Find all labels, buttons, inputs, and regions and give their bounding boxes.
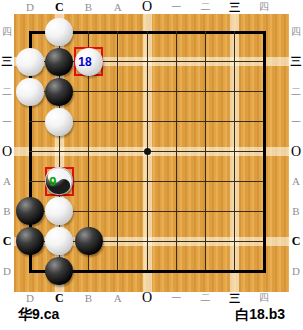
column-label-top-二: 二 — [196, 0, 216, 14]
row-label-left-C: C — [0, 234, 14, 248]
status-bar: 华9.ca 白18.b3 — [0, 306, 303, 324]
column-label-bottom-C: C — [49, 291, 69, 305]
row-label-left-一: 一 — [0, 115, 14, 129]
stone-black-C三 — [45, 48, 73, 76]
column-label-top-四: 四 — [254, 0, 274, 14]
row-label-right-A: A — [289, 174, 303, 188]
grid-line-vertical — [205, 31, 206, 273]
stone-black-DC — [16, 227, 44, 255]
row-label-left-三: 三 — [0, 55, 14, 69]
column-label-bottom-D: D — [20, 291, 40, 305]
column-label-bottom-B: B — [79, 291, 99, 305]
column-label-top-A: A — [108, 0, 128, 14]
column-label-top-B: B — [79, 0, 99, 14]
star-point — [144, 148, 151, 155]
row-label-right-D: D — [289, 264, 303, 278]
grid-line-vertical — [176, 31, 177, 273]
stone-white-D三 — [16, 48, 44, 76]
row-label-right-三: 三 — [289, 55, 303, 69]
stone-white-C一 — [45, 108, 73, 136]
column-label-bottom-O: O — [137, 291, 157, 305]
stone-white-D二 — [16, 78, 44, 106]
column-label-top-一: 一 — [166, 0, 186, 14]
column-label-bottom-A: A — [108, 291, 128, 305]
move-info-right: 白18.b3 — [235, 306, 285, 324]
stone-taiji-CA: 9 — [45, 167, 73, 195]
column-label-top-三: 三 — [225, 0, 245, 14]
column-label-bottom-四: 四 — [254, 291, 274, 305]
row-label-left-B: B — [0, 204, 14, 218]
row-label-right-O: O — [289, 145, 303, 159]
stone-black-C二 — [45, 78, 73, 106]
column-label-bottom-二: 二 — [196, 291, 216, 305]
move-number-label: 9 — [45, 167, 73, 195]
row-label-right-一: 一 — [289, 115, 303, 129]
row-label-right-B: B — [289, 204, 303, 218]
row-label-left-A: A — [0, 174, 14, 188]
grid-line-vertical — [263, 31, 266, 273]
row-label-left-四: 四 — [0, 25, 14, 39]
column-label-bottom-三: 三 — [225, 291, 245, 305]
grid-line-vertical — [234, 31, 235, 273]
move-info-left: 华9.ca — [18, 306, 59, 324]
column-label-top-O: O — [137, 0, 157, 14]
stone-white-B三: 18 — [75, 48, 103, 76]
column-label-top-C: C — [49, 0, 69, 14]
column-label-bottom-一: 一 — [166, 291, 186, 305]
move-number-label: 18 — [75, 48, 103, 76]
row-label-right-二: 二 — [289, 85, 303, 99]
go-board-screenshot: 华9.ca 白18.b3 189DDCCBBAAOO一一二二三三四四四四三三二二… — [0, 0, 303, 330]
column-label-top-D: D — [20, 0, 40, 14]
stone-black-BC — [75, 227, 103, 255]
row-label-left-二: 二 — [0, 85, 14, 99]
row-label-right-四: 四 — [289, 25, 303, 39]
row-label-right-C: C — [289, 234, 303, 248]
row-label-left-D: D — [0, 264, 14, 278]
row-label-left-O: O — [0, 145, 14, 159]
